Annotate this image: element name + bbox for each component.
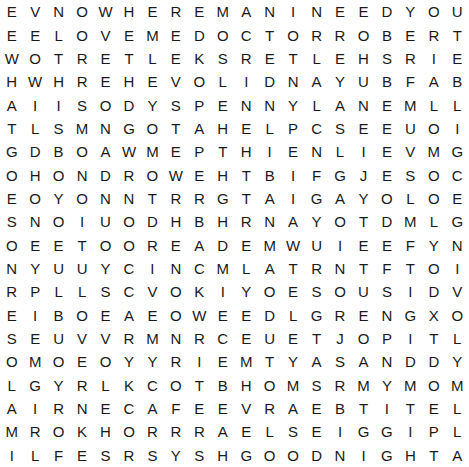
grid-cell[interactable]: C	[305, 117, 328, 140]
grid-cell[interactable]: C	[117, 280, 140, 303]
grid-cell[interactable]: M	[141, 327, 164, 350]
grid-cell[interactable]: L	[446, 420, 469, 443]
grid-cell[interactable]: E	[375, 163, 398, 186]
grid-cell[interactable]: I	[23, 397, 46, 420]
grid-cell[interactable]: S	[0, 327, 23, 350]
grid-cell[interactable]: O	[422, 374, 445, 397]
grid-cell[interactable]: P	[281, 117, 304, 140]
grid-cell[interactable]: I	[352, 140, 375, 163]
grid-cell[interactable]: G	[375, 444, 398, 467]
grid-cell[interactable]: E	[446, 187, 469, 210]
grid-cell[interactable]: A	[422, 70, 445, 93]
grid-cell[interactable]: L	[94, 374, 117, 397]
grid-cell[interactable]: K	[117, 374, 140, 397]
grid-cell[interactable]: N	[281, 70, 304, 93]
grid-cell[interactable]: E	[352, 0, 375, 23]
grid-cell[interactable]: M	[141, 23, 164, 46]
grid-cell[interactable]: O	[0, 234, 23, 257]
grid-cell[interactable]: F	[47, 444, 70, 467]
grid-cell[interactable]: I	[23, 304, 46, 327]
grid-cell[interactable]: A	[305, 350, 328, 373]
grid-cell[interactable]: A	[235, 0, 258, 23]
grid-cell[interactable]: E	[70, 444, 93, 467]
grid-cell[interactable]: N	[70, 163, 93, 186]
grid-cell[interactable]: A	[328, 93, 351, 116]
grid-cell[interactable]: T	[141, 187, 164, 210]
grid-cell[interactable]: I	[141, 257, 164, 280]
grid-cell[interactable]: O	[70, 304, 93, 327]
grid-cell[interactable]: O	[23, 187, 46, 210]
grid-cell[interactable]: E	[375, 93, 398, 116]
grid-cell[interactable]: T	[164, 117, 187, 140]
grid-cell[interactable]: L	[399, 187, 422, 210]
grid-cell[interactable]: N	[164, 257, 187, 280]
grid-cell[interactable]: O	[94, 93, 117, 116]
grid-cell[interactable]: T	[0, 117, 23, 140]
grid-cell[interactable]: L	[305, 47, 328, 70]
grid-cell[interactable]: Y	[328, 70, 351, 93]
grid-cell[interactable]: I	[422, 47, 445, 70]
grid-cell[interactable]: S	[305, 374, 328, 397]
grid-cell[interactable]: L	[446, 327, 469, 350]
grid-cell[interactable]: F	[399, 234, 422, 257]
grid-cell[interactable]: W	[117, 140, 140, 163]
grid-cell[interactable]: R	[328, 23, 351, 46]
grid-cell[interactable]: H	[0, 70, 23, 93]
grid-cell[interactable]: Y	[281, 350, 304, 373]
grid-cell[interactable]: R	[117, 163, 140, 186]
grid-cell[interactable]: M	[23, 350, 46, 373]
grid-cell[interactable]: M	[235, 350, 258, 373]
grid-cell[interactable]: A	[141, 397, 164, 420]
grid-cell[interactable]: L	[258, 420, 281, 443]
grid-cell[interactable]: X	[422, 304, 445, 327]
grid-cell[interactable]: E	[23, 23, 46, 46]
grid-cell[interactable]: N	[328, 257, 351, 280]
grid-cell[interactable]: H	[211, 444, 234, 467]
grid-cell[interactable]: M	[211, 0, 234, 23]
grid-cell[interactable]: O	[47, 210, 70, 233]
grid-cell[interactable]: O	[0, 163, 23, 186]
grid-cell[interactable]: S	[211, 47, 234, 70]
grid-cell[interactable]: E	[188, 163, 211, 186]
grid-cell[interactable]: O	[328, 280, 351, 303]
grid-cell[interactable]: W	[23, 70, 46, 93]
grid-cell[interactable]: E	[164, 47, 187, 70]
grid-cell[interactable]: N	[258, 93, 281, 116]
grid-cell[interactable]: U	[94, 210, 117, 233]
grid-cell[interactable]: I	[446, 117, 469, 140]
grid-cell[interactable]: L	[305, 93, 328, 116]
grid-cell[interactable]: U	[352, 280, 375, 303]
grid-cell[interactable]: O	[0, 350, 23, 373]
grid-cell[interactable]: R	[235, 210, 258, 233]
grid-cell[interactable]: H	[94, 420, 117, 443]
grid-cell[interactable]: E	[375, 140, 398, 163]
grid-cell[interactable]: V	[446, 280, 469, 303]
grid-cell[interactable]: G	[328, 163, 351, 186]
grid-cell[interactable]: R	[164, 420, 187, 443]
grid-cell[interactable]: E	[117, 23, 140, 46]
grid-cell[interactable]: E	[23, 234, 46, 257]
grid-cell[interactable]: O	[328, 210, 351, 233]
grid-cell[interactable]: A	[188, 234, 211, 257]
grid-cell[interactable]: S	[94, 280, 117, 303]
grid-cell[interactable]: E	[141, 304, 164, 327]
grid-cell[interactable]: E	[375, 234, 398, 257]
grid-cell[interactable]: R	[164, 187, 187, 210]
grid-cell[interactable]: A	[94, 140, 117, 163]
grid-cell[interactable]: Y	[281, 93, 304, 116]
grid-cell[interactable]: H	[117, 0, 140, 23]
grid-cell[interactable]: D	[375, 210, 398, 233]
grid-cell[interactable]: R	[70, 70, 93, 93]
grid-cell[interactable]: A	[328, 187, 351, 210]
grid-cell[interactable]: O	[258, 374, 281, 397]
grid-cell[interactable]: D	[141, 210, 164, 233]
grid-cell[interactable]: M	[446, 374, 469, 397]
grid-cell[interactable]: L	[446, 397, 469, 420]
grid-cell[interactable]: H	[47, 70, 70, 93]
grid-cell[interactable]: T	[281, 257, 304, 280]
grid-cell[interactable]: C	[446, 163, 469, 186]
grid-cell[interactable]: E	[94, 70, 117, 93]
grid-cell[interactable]: E	[94, 397, 117, 420]
grid-cell[interactable]: N	[375, 304, 398, 327]
grid-cell[interactable]: V	[164, 70, 187, 93]
grid-cell[interactable]: E	[0, 187, 23, 210]
grid-cell[interactable]: E	[235, 420, 258, 443]
grid-cell[interactable]: O	[70, 23, 93, 46]
grid-cell[interactable]: Y	[141, 93, 164, 116]
grid-cell[interactable]: T	[235, 187, 258, 210]
grid-cell[interactable]: B	[188, 210, 211, 233]
grid-cell[interactable]: W	[94, 0, 117, 23]
grid-cell[interactable]: M	[399, 210, 422, 233]
grid-cell[interactable]: P	[23, 280, 46, 303]
grid-cell[interactable]: A	[258, 187, 281, 210]
grid-cell[interactable]: Y	[23, 257, 46, 280]
grid-cell[interactable]: F	[375, 257, 398, 280]
grid-cell[interactable]: I	[352, 444, 375, 467]
grid-cell[interactable]: D	[258, 304, 281, 327]
grid-cell[interactable]: O	[281, 444, 304, 467]
grid-cell[interactable]: A	[258, 257, 281, 280]
grid-cell[interactable]: S	[305, 280, 328, 303]
grid-cell[interactable]: T	[399, 257, 422, 280]
grid-cell[interactable]: J	[352, 163, 375, 186]
grid-cell[interactable]: V	[94, 327, 117, 350]
grid-cell[interactable]: R	[117, 444, 140, 467]
grid-cell[interactable]: T	[211, 140, 234, 163]
grid-cell[interactable]: R	[305, 257, 328, 280]
grid-cell[interactable]: S	[70, 93, 93, 116]
grid-cell[interactable]: N	[117, 187, 140, 210]
grid-cell[interactable]: S	[328, 350, 351, 373]
grid-cell[interactable]: Y	[352, 187, 375, 210]
grid-cell[interactable]: Y	[141, 350, 164, 373]
grid-cell[interactable]: I	[211, 280, 234, 303]
grid-cell[interactable]: O	[117, 234, 140, 257]
grid-cell[interactable]: E	[0, 23, 23, 46]
grid-cell[interactable]: I	[328, 234, 351, 257]
grid-cell[interactable]: E	[305, 397, 328, 420]
grid-cell[interactable]: R	[0, 280, 23, 303]
grid-cell[interactable]: M	[70, 117, 93, 140]
grid-cell[interactable]: G	[0, 140, 23, 163]
grid-cell[interactable]: N	[0, 257, 23, 280]
grid-cell[interactable]: R	[70, 374, 93, 397]
grid-cell[interactable]: H	[23, 163, 46, 186]
grid-cell[interactable]: N	[328, 444, 351, 467]
grid-cell[interactable]: R	[164, 350, 187, 373]
grid-cell[interactable]: I	[258, 140, 281, 163]
grid-cell[interactable]: T	[188, 374, 211, 397]
grid-cell[interactable]: E	[70, 350, 93, 373]
grid-cell[interactable]: A	[446, 444, 469, 467]
grid-cell[interactable]: O	[70, 187, 93, 210]
grid-cell[interactable]: B	[47, 304, 70, 327]
grid-cell[interactable]: R	[258, 397, 281, 420]
grid-cell[interactable]: O	[94, 234, 117, 257]
grid-cell[interactable]: O	[94, 350, 117, 373]
grid-cell[interactable]: R	[235, 47, 258, 70]
grid-cell[interactable]: F	[305, 163, 328, 186]
grid-cell[interactable]: W	[281, 234, 304, 257]
grid-cell[interactable]: E	[0, 0, 23, 23]
grid-cell[interactable]: L	[328, 140, 351, 163]
grid-cell[interactable]: Y	[117, 350, 140, 373]
grid-cell[interactable]: O	[258, 444, 281, 467]
grid-cell[interactable]: N	[23, 210, 46, 233]
grid-cell[interactable]: O	[47, 420, 70, 443]
grid-cell[interactable]: L	[0, 374, 23, 397]
grid-cell[interactable]: N	[235, 93, 258, 116]
grid-cell[interactable]: R	[399, 47, 422, 70]
grid-cell[interactable]: O	[164, 374, 187, 397]
grid-cell[interactable]: O	[141, 117, 164, 140]
grid-cell[interactable]: G	[375, 420, 398, 443]
grid-cell[interactable]: P	[188, 140, 211, 163]
grid-cell[interactable]: P	[422, 420, 445, 443]
grid-cell[interactable]: K	[188, 47, 211, 70]
grid-cell[interactable]: Y	[446, 350, 469, 373]
grid-cell[interactable]: A	[305, 70, 328, 93]
grid-cell[interactable]: N	[305, 140, 328, 163]
grid-cell[interactable]: Y	[164, 444, 187, 467]
grid-cell[interactable]: O	[47, 163, 70, 186]
grid-cell[interactable]: R	[188, 187, 211, 210]
grid-cell[interactable]: O	[47, 350, 70, 373]
grid-cell[interactable]: B	[258, 163, 281, 186]
grid-cell[interactable]: G	[211, 187, 234, 210]
grid-cell[interactable]: U	[446, 0, 469, 23]
grid-cell[interactable]: R	[141, 234, 164, 257]
grid-cell[interactable]: R	[164, 0, 187, 23]
grid-cell[interactable]: E	[188, 397, 211, 420]
grid-cell[interactable]: D	[211, 234, 234, 257]
grid-cell[interactable]: W	[164, 163, 187, 186]
grid-cell[interactable]: A	[188, 117, 211, 140]
grid-cell[interactable]: Y	[422, 234, 445, 257]
grid-cell[interactable]: G	[305, 304, 328, 327]
grid-cell[interactable]: U	[352, 70, 375, 93]
grid-cell[interactable]: B	[211, 374, 234, 397]
grid-cell[interactable]: S	[141, 444, 164, 467]
grid-cell[interactable]: I	[47, 93, 70, 116]
grid-cell[interactable]: R	[328, 374, 351, 397]
grid-cell[interactable]: T	[399, 397, 422, 420]
grid-cell[interactable]: E	[188, 0, 211, 23]
grid-cell[interactable]: U	[47, 257, 70, 280]
grid-cell[interactable]: E	[211, 350, 234, 373]
grid-cell[interactable]: A	[117, 304, 140, 327]
grid-cell[interactable]: U	[258, 327, 281, 350]
grid-cell[interactable]: L	[211, 70, 234, 93]
grid-cell[interactable]: D	[117, 93, 140, 116]
grid-cell[interactable]: E	[375, 117, 398, 140]
grid-cell[interactable]: D	[399, 350, 422, 373]
grid-cell[interactable]: S	[375, 280, 398, 303]
grid-cell[interactable]: N	[94, 117, 117, 140]
grid-cell[interactable]: E	[352, 117, 375, 140]
grid-cell[interactable]: A	[0, 93, 23, 116]
grid-cell[interactable]: I	[281, 187, 304, 210]
grid-cell[interactable]: D	[305, 444, 328, 467]
grid-cell[interactable]: E	[422, 397, 445, 420]
grid-cell[interactable]: G	[117, 117, 140, 140]
grid-cell[interactable]: E	[94, 47, 117, 70]
grid-cell[interactable]: V	[23, 0, 46, 23]
grid-cell[interactable]: O	[117, 210, 140, 233]
grid-cell[interactable]: K	[188, 280, 211, 303]
grid-cell[interactable]: H	[211, 117, 234, 140]
grid-cell[interactable]: E	[211, 397, 234, 420]
grid-cell[interactable]: V	[70, 327, 93, 350]
grid-cell[interactable]: E	[235, 327, 258, 350]
grid-cell[interactable]: N	[258, 0, 281, 23]
grid-cell[interactable]: T	[117, 47, 140, 70]
grid-cell[interactable]: L	[47, 280, 70, 303]
grid-cell[interactable]: E	[328, 47, 351, 70]
grid-cell[interactable]: E	[164, 23, 187, 46]
grid-cell[interactable]: E	[211, 93, 234, 116]
grid-cell[interactable]: T	[352, 397, 375, 420]
grid-cell[interactable]: E	[235, 304, 258, 327]
grid-cell[interactable]: S	[375, 47, 398, 70]
grid-cell[interactable]: T	[352, 257, 375, 280]
grid-cell[interactable]: T	[422, 327, 445, 350]
grid-cell[interactable]: V	[94, 23, 117, 46]
grid-cell[interactable]: E	[0, 304, 23, 327]
grid-cell[interactable]: E	[446, 47, 469, 70]
grid-cell[interactable]: C	[235, 23, 258, 46]
grid-cell[interactable]: M	[352, 374, 375, 397]
grid-cell[interactable]: O	[422, 257, 445, 280]
grid-cell[interactable]: V	[399, 140, 422, 163]
grid-cell[interactable]: E	[235, 117, 258, 140]
grid-cell[interactable]: C	[117, 257, 140, 280]
grid-cell[interactable]: M	[141, 140, 164, 163]
grid-cell[interactable]: L	[23, 444, 46, 467]
grid-cell[interactable]: O	[352, 23, 375, 46]
grid-cell[interactable]: E	[164, 140, 187, 163]
grid-cell[interactable]: G	[399, 304, 422, 327]
grid-cell[interactable]: H	[399, 444, 422, 467]
grid-cell[interactable]: N	[375, 350, 398, 373]
grid-cell[interactable]: R	[23, 420, 46, 443]
grid-cell[interactable]: M	[211, 257, 234, 280]
grid-cell[interactable]: I	[328, 420, 351, 443]
grid-cell[interactable]: I	[281, 0, 304, 23]
grid-cell[interactable]: O	[375, 187, 398, 210]
grid-cell[interactable]: Y	[235, 280, 258, 303]
grid-cell[interactable]: I	[399, 280, 422, 303]
grid-cell[interactable]: G	[235, 444, 258, 467]
grid-cell[interactable]: H	[117, 70, 140, 93]
grid-cell[interactable]: E	[141, 70, 164, 93]
grid-cell[interactable]: H	[211, 210, 234, 233]
grid-cell[interactable]: E	[305, 420, 328, 443]
grid-cell[interactable]: O	[117, 420, 140, 443]
grid-cell[interactable]: U	[70, 257, 93, 280]
grid-cell[interactable]: B	[375, 23, 398, 46]
grid-cell[interactable]: D	[94, 163, 117, 186]
grid-cell[interactable]: E	[281, 280, 304, 303]
grid-cell[interactable]: D	[375, 0, 398, 23]
grid-cell[interactable]: O	[70, 140, 93, 163]
grid-cell[interactable]: O	[258, 280, 281, 303]
grid-cell[interactable]: I	[446, 257, 469, 280]
grid-cell[interactable]: D	[422, 280, 445, 303]
grid-cell[interactable]: E	[328, 0, 351, 23]
grid-cell[interactable]: E	[258, 47, 281, 70]
grid-cell[interactable]: A	[0, 397, 23, 420]
grid-cell[interactable]: D	[23, 140, 46, 163]
grid-cell[interactable]: E	[211, 304, 234, 327]
grid-cell[interactable]: N	[258, 210, 281, 233]
grid-cell[interactable]: O	[281, 23, 304, 46]
grid-cell[interactable]: T	[70, 234, 93, 257]
grid-cell[interactable]: S	[281, 420, 304, 443]
grid-cell[interactable]: R	[70, 47, 93, 70]
grid-cell[interactable]: S	[94, 444, 117, 467]
grid-cell[interactable]: O	[352, 327, 375, 350]
grid-cell[interactable]: G	[446, 140, 469, 163]
grid-cell[interactable]: T	[47, 47, 70, 70]
grid-cell[interactable]: T	[422, 444, 445, 467]
grid-cell[interactable]: O	[164, 304, 187, 327]
grid-cell[interactable]: M	[422, 140, 445, 163]
grid-cell[interactable]: J	[328, 327, 351, 350]
grid-cell[interactable]: L	[258, 117, 281, 140]
grid-cell[interactable]: A	[211, 420, 234, 443]
grid-cell[interactable]: B	[47, 140, 70, 163]
grid-cell[interactable]: R	[305, 23, 328, 46]
grid-cell[interactable]: N	[305, 0, 328, 23]
grid-cell[interactable]: R	[422, 23, 445, 46]
grid-cell[interactable]: C	[117, 397, 140, 420]
grid-cell[interactable]: I	[399, 327, 422, 350]
grid-cell[interactable]: A	[281, 397, 304, 420]
grid-cell[interactable]: R	[328, 304, 351, 327]
grid-cell[interactable]: T	[258, 23, 281, 46]
grid-cell[interactable]: L	[281, 304, 304, 327]
grid-cell[interactable]: Y	[94, 257, 117, 280]
grid-cell[interactable]: R	[188, 327, 211, 350]
grid-cell[interactable]: O	[446, 304, 469, 327]
grid-cell[interactable]: P	[375, 327, 398, 350]
